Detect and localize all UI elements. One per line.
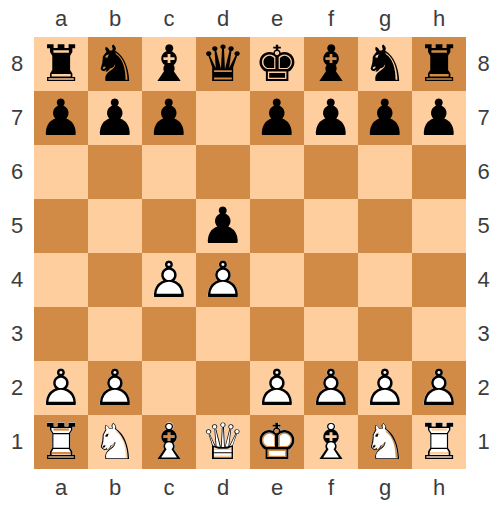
- piece-white-pawn[interactable]: ♟♙: [142, 253, 196, 307]
- file-label-b: b: [88, 475, 142, 501]
- square-e8[interactable]: ♚: [250, 37, 304, 91]
- square-c4[interactable]: ♟♙: [142, 253, 196, 307]
- square-h4[interactable]: [412, 253, 466, 307]
- piece-outline: ♔: [250, 415, 304, 469]
- file-labels-top: abcdefgh: [34, 0, 466, 37]
- square-c6[interactable]: [142, 145, 196, 199]
- piece-black-pawn[interactable]: ♟: [304, 91, 358, 145]
- file-label-e: e: [250, 6, 304, 32]
- piece-white-pawn[interactable]: ♟♙: [34, 361, 88, 415]
- piece-white-pawn[interactable]: ♟♙: [88, 361, 142, 415]
- piece-outline: ♘: [88, 415, 142, 469]
- piece-outline: ♙: [142, 253, 196, 307]
- square-h8[interactable]: ♜: [412, 37, 466, 91]
- square-h2[interactable]: ♟♙: [412, 361, 466, 415]
- square-c5[interactable]: [142, 199, 196, 253]
- square-a2[interactable]: ♟♙: [34, 361, 88, 415]
- rank-label-1: 1: [466, 415, 501, 469]
- square-g4[interactable]: [358, 253, 412, 307]
- corner-bottom-left: [0, 469, 34, 506]
- file-label-c: c: [142, 6, 196, 32]
- piece-black-king[interactable]: ♚: [250, 37, 304, 91]
- piece-black-pawn[interactable]: ♟: [88, 91, 142, 145]
- piece-white-rook[interactable]: ♜♖: [412, 415, 466, 469]
- square-f7[interactable]: ♟: [304, 91, 358, 145]
- file-label-e: e: [250, 475, 304, 501]
- piece-white-pawn[interactable]: ♟♙: [304, 361, 358, 415]
- square-f1[interactable]: ♝♗: [304, 415, 358, 469]
- piece-black-pawn[interactable]: ♟: [34, 91, 88, 145]
- rank-label-2: 2: [0, 361, 34, 415]
- rank-label-7: 7: [466, 91, 501, 145]
- piece-outline: ♙: [358, 361, 412, 415]
- square-e3[interactable]: [250, 307, 304, 361]
- square-g6[interactable]: [358, 145, 412, 199]
- square-a7[interactable]: ♟: [34, 91, 88, 145]
- piece-white-knight[interactable]: ♞♘: [88, 415, 142, 469]
- rank-labels-left: 87654321: [0, 37, 34, 469]
- rank-label-2: 2: [466, 361, 501, 415]
- square-g3[interactable]: [358, 307, 412, 361]
- piece-black-rook[interactable]: ♜: [34, 37, 88, 91]
- piece-white-pawn[interactable]: ♟♙: [250, 361, 304, 415]
- square-b8[interactable]: ♞: [88, 37, 142, 91]
- file-labels-bottom: abcdefgh: [34, 469, 466, 506]
- file-label-h: h: [412, 475, 466, 501]
- rank-label-5: 5: [0, 199, 34, 253]
- square-h5[interactable]: [412, 199, 466, 253]
- square-a8[interactable]: ♜: [34, 37, 88, 91]
- square-e5[interactable]: [250, 199, 304, 253]
- rank-label-1: 1: [0, 415, 34, 469]
- file-label-b: b: [88, 6, 142, 32]
- rank-label-6: 6: [466, 145, 501, 199]
- square-c3[interactable]: [142, 307, 196, 361]
- piece-white-queen[interactable]: ♛♕: [196, 415, 250, 469]
- piece-black-bishop[interactable]: ♝: [142, 37, 196, 91]
- square-b2[interactable]: ♟♙: [88, 361, 142, 415]
- square-f2[interactable]: ♟♙: [304, 361, 358, 415]
- piece-black-pawn[interactable]: ♟: [412, 91, 466, 145]
- square-d2[interactable]: [196, 361, 250, 415]
- rank-label-3: 3: [466, 307, 501, 361]
- piece-outline: ♘: [358, 415, 412, 469]
- piece-white-bishop[interactable]: ♝♗: [142, 415, 196, 469]
- square-a5[interactable]: [34, 199, 88, 253]
- square-c1[interactable]: ♝♗: [142, 415, 196, 469]
- piece-white-king[interactable]: ♚♔: [250, 415, 304, 469]
- rank-labels-right: 87654321: [466, 37, 501, 469]
- piece-outline: ♙: [34, 361, 88, 415]
- piece-outline: ♗: [304, 415, 358, 469]
- rank-label-4: 4: [0, 253, 34, 307]
- square-d5[interactable]: ♟: [196, 199, 250, 253]
- file-label-d: d: [196, 475, 250, 501]
- corner-top-right: [466, 0, 501, 37]
- file-label-g: g: [358, 6, 412, 32]
- square-f6[interactable]: [304, 145, 358, 199]
- square-d6[interactable]: [196, 145, 250, 199]
- piece-outline: ♖: [34, 415, 88, 469]
- rank-label-5: 5: [466, 199, 501, 253]
- square-h3[interactable]: [412, 307, 466, 361]
- file-label-g: g: [358, 475, 412, 501]
- piece-black-rook[interactable]: ♜: [412, 37, 466, 91]
- piece-outline: ♕: [196, 415, 250, 469]
- square-f5[interactable]: [304, 199, 358, 253]
- piece-black-pawn[interactable]: ♟: [358, 91, 412, 145]
- piece-black-knight[interactable]: ♞: [358, 37, 412, 91]
- file-label-f: f: [304, 6, 358, 32]
- square-b6[interactable]: [88, 145, 142, 199]
- rank-label-7: 7: [0, 91, 34, 145]
- piece-black-knight[interactable]: ♞: [88, 37, 142, 91]
- piece-white-rook[interactable]: ♜♖: [34, 415, 88, 469]
- square-h6[interactable]: [412, 145, 466, 199]
- square-g5[interactable]: [358, 199, 412, 253]
- rank-label-4: 4: [466, 253, 501, 307]
- piece-black-bishop[interactable]: ♝: [304, 37, 358, 91]
- piece-black-pawn[interactable]: ♟: [196, 199, 250, 253]
- piece-white-pawn[interactable]: ♟♙: [412, 361, 466, 415]
- square-e4[interactable]: [250, 253, 304, 307]
- chess-board-page: abcdefgh 87654321 ♜♞♝♛♚♝♞♜♟♟♟♟♟♟♟♟♟♙♟♙♟♙…: [0, 0, 501, 506]
- square-g8[interactable]: ♞: [358, 37, 412, 91]
- rank-label-8: 8: [466, 37, 501, 91]
- square-b3[interactable]: [88, 307, 142, 361]
- square-f3[interactable]: [304, 307, 358, 361]
- square-a1[interactable]: ♜♖: [34, 415, 88, 469]
- square-g1[interactable]: ♞♘: [358, 415, 412, 469]
- piece-outline: ♙: [196, 253, 250, 307]
- square-c2[interactable]: [142, 361, 196, 415]
- square-a6[interactable]: [34, 145, 88, 199]
- square-d3[interactable]: [196, 307, 250, 361]
- file-label-c: c: [142, 475, 196, 501]
- square-e2[interactable]: ♟♙: [250, 361, 304, 415]
- piece-black-pawn[interactable]: ♟: [142, 91, 196, 145]
- piece-white-pawn[interactable]: ♟♙: [358, 361, 412, 415]
- square-d8[interactable]: ♛: [196, 37, 250, 91]
- file-label-d: d: [196, 6, 250, 32]
- rank-label-8: 8: [0, 37, 34, 91]
- square-c7[interactable]: ♟: [142, 91, 196, 145]
- piece-outline: ♙: [412, 361, 466, 415]
- corner-top-left: [0, 0, 34, 37]
- square-a3[interactable]: [34, 307, 88, 361]
- square-e6[interactable]: [250, 145, 304, 199]
- square-b7[interactable]: ♟: [88, 91, 142, 145]
- square-d7[interactable]: [196, 91, 250, 145]
- file-label-a: a: [34, 6, 88, 32]
- square-h7[interactable]: ♟: [412, 91, 466, 145]
- corner-bottom-right: [466, 469, 501, 506]
- piece-white-knight[interactable]: ♞♘: [358, 415, 412, 469]
- piece-outline: ♙: [250, 361, 304, 415]
- piece-outline: ♗: [142, 415, 196, 469]
- chess-board: ♜♞♝♛♚♝♞♜♟♟♟♟♟♟♟♟♟♙♟♙♟♙♟♙♟♙♟♙♟♙♟♙♜♖♞♘♝♗♛♕…: [34, 37, 466, 469]
- piece-white-pawn[interactable]: ♟♙: [196, 253, 250, 307]
- square-b5[interactable]: [88, 199, 142, 253]
- square-d1[interactable]: ♛♕: [196, 415, 250, 469]
- piece-black-queen[interactable]: ♛: [196, 37, 250, 91]
- square-f8[interactable]: ♝: [304, 37, 358, 91]
- file-label-f: f: [304, 475, 358, 501]
- rank-label-3: 3: [0, 307, 34, 361]
- square-e7[interactable]: ♟: [250, 91, 304, 145]
- square-b1[interactable]: ♞♘: [88, 415, 142, 469]
- piece-outline: ♖: [412, 415, 466, 469]
- file-label-a: a: [34, 475, 88, 501]
- rank-label-6: 6: [0, 145, 34, 199]
- square-a4[interactable]: [34, 253, 88, 307]
- square-f4[interactable]: [304, 253, 358, 307]
- square-c8[interactable]: ♝: [142, 37, 196, 91]
- square-b4[interactable]: [88, 253, 142, 307]
- piece-outline: ♙: [304, 361, 358, 415]
- piece-black-pawn[interactable]: ♟: [250, 91, 304, 145]
- square-h1[interactable]: ♜♖: [412, 415, 466, 469]
- square-e1[interactable]: ♚♔: [250, 415, 304, 469]
- square-d4[interactable]: ♟♙: [196, 253, 250, 307]
- piece-white-bishop[interactable]: ♝♗: [304, 415, 358, 469]
- file-label-h: h: [412, 6, 466, 32]
- square-g7[interactable]: ♟: [358, 91, 412, 145]
- piece-outline: ♙: [88, 361, 142, 415]
- square-g2[interactable]: ♟♙: [358, 361, 412, 415]
